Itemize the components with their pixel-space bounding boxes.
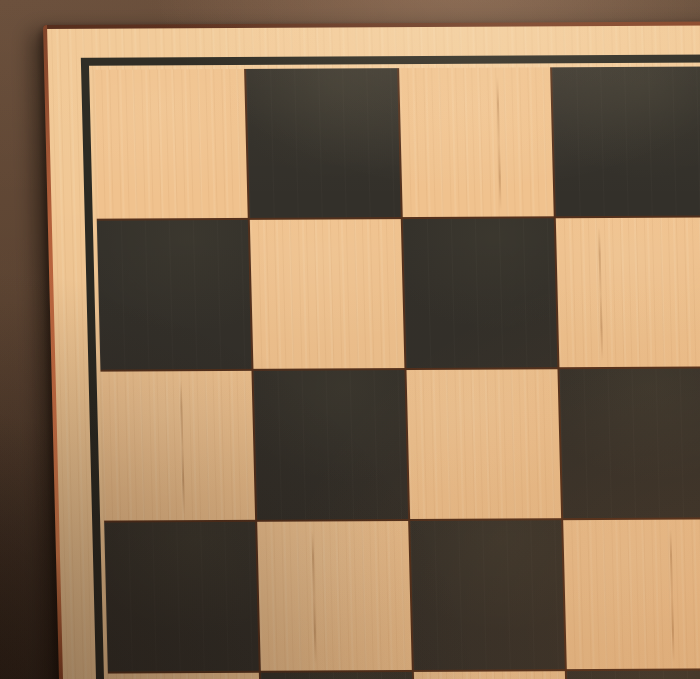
- board-edge-left: [43, 25, 64, 679]
- square-c8: [399, 67, 554, 217]
- square-d7: [556, 218, 700, 368]
- square-b8: [246, 68, 401, 218]
- square-c6: [406, 369, 561, 519]
- squares-grid: [93, 66, 700, 679]
- square-c7: [403, 218, 558, 368]
- square-b6: [253, 370, 408, 520]
- square-c4: [414, 671, 569, 679]
- square-d8: [552, 67, 700, 217]
- square-a4: [108, 673, 263, 679]
- square-b4: [261, 672, 416, 679]
- square-a5: [104, 522, 259, 672]
- photo-scene: [0, 0, 700, 679]
- square-a6: [100, 371, 255, 521]
- square-c5: [410, 520, 565, 670]
- square-d5: [563, 519, 700, 669]
- square-a7: [97, 220, 252, 370]
- square-d6: [559, 369, 700, 519]
- square-b5: [257, 521, 412, 671]
- chessboard: [43, 21, 700, 679]
- square-b7: [250, 219, 405, 369]
- square-d4: [567, 670, 700, 679]
- square-a8: [93, 69, 248, 219]
- board-edge-top: [43, 21, 700, 29]
